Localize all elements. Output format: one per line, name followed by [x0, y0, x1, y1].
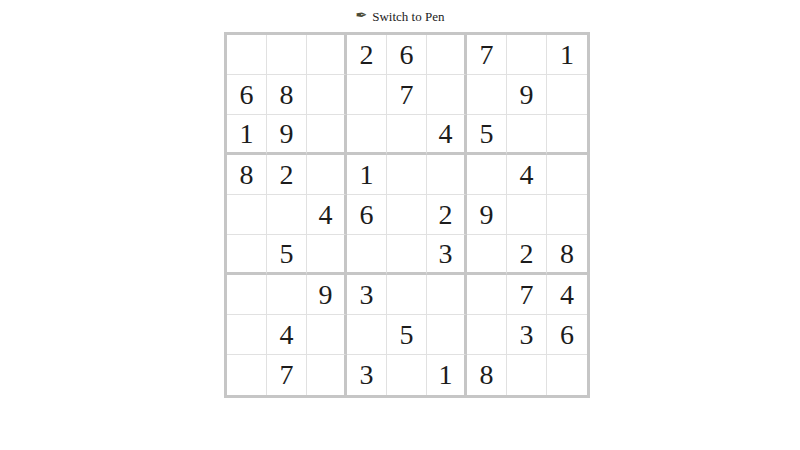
sudoku-cell-r4c9[interactable]: [547, 155, 587, 195]
sudoku-cell-r9c3[interactable]: [307, 355, 347, 395]
sudoku-cell-r6c7[interactable]: [467, 235, 507, 275]
sudoku-cell-r4c8[interactable]: 4: [507, 155, 547, 195]
sudoku-cell-r3c1[interactable]: 1: [227, 115, 267, 155]
sudoku-cell-r2c7[interactable]: [467, 75, 507, 115]
sudoku-cell-r2c6[interactable]: [427, 75, 467, 115]
sudoku-cell-r7c7[interactable]: [467, 275, 507, 315]
sudoku-cell-r3c2[interactable]: 9: [267, 115, 307, 155]
sudoku-cell-r8c4[interactable]: [347, 315, 387, 355]
sudoku-cell-r2c3[interactable]: [307, 75, 347, 115]
sudoku-cell-r4c2[interactable]: 2: [267, 155, 307, 195]
sudoku-cell-r1c2[interactable]: [267, 35, 307, 75]
sudoku-cell-r9c4[interactable]: 3: [347, 355, 387, 395]
sudoku-cell-r1c5[interactable]: 6: [387, 35, 427, 75]
sudoku-cell-r5c9[interactable]: [547, 195, 587, 235]
sudoku-cell-r6c4[interactable]: [347, 235, 387, 275]
sudoku-cell-r2c1[interactable]: 6: [227, 75, 267, 115]
sudoku-cell-r7c8[interactable]: 7: [507, 275, 547, 315]
sudoku-cell-r1c7[interactable]: 7: [467, 35, 507, 75]
sudoku-cell-r9c9[interactable]: [547, 355, 587, 395]
sudoku-cell-r6c8[interactable]: 2: [507, 235, 547, 275]
sudoku-cell-r6c5[interactable]: [387, 235, 427, 275]
sudoku-cell-r5c1[interactable]: [227, 195, 267, 235]
sudoku-cell-r4c4[interactable]: 1: [347, 155, 387, 195]
sudoku-cell-r3c3[interactable]: [307, 115, 347, 155]
sudoku-cell-r7c3[interactable]: 9: [307, 275, 347, 315]
sudoku-cell-r8c7[interactable]: [467, 315, 507, 355]
sudoku-cell-r6c9[interactable]: 8: [547, 235, 587, 275]
pen-nib-icon: ✒: [356, 9, 368, 23]
sudoku-cell-r8c9[interactable]: 6: [547, 315, 587, 355]
sudoku-page: ✒ Switch to Pen 267168791945821446295328…: [0, 0, 800, 450]
sudoku-cell-r5c4[interactable]: 6: [347, 195, 387, 235]
sudoku-cell-r5c5[interactable]: [387, 195, 427, 235]
sudoku-cell-r6c3[interactable]: [307, 235, 347, 275]
sudoku-cell-r1c4[interactable]: 2: [347, 35, 387, 75]
sudoku-cell-r8c5[interactable]: 5: [387, 315, 427, 355]
sudoku-cell-r4c1[interactable]: 8: [227, 155, 267, 195]
sudoku-cell-r9c1[interactable]: [227, 355, 267, 395]
sudoku-cell-r5c7[interactable]: 9: [467, 195, 507, 235]
sudoku-cell-r1c6[interactable]: [427, 35, 467, 75]
sudoku-cell-r6c6[interactable]: 3: [427, 235, 467, 275]
sudoku-cell-r7c2[interactable]: [267, 275, 307, 315]
sudoku-cell-r2c4[interactable]: [347, 75, 387, 115]
sudoku-cell-r7c4[interactable]: 3: [347, 275, 387, 315]
sudoku-cell-r8c6[interactable]: [427, 315, 467, 355]
sudoku-board: 267168791945821446295328937445367318: [224, 32, 590, 398]
sudoku-cell-r4c7[interactable]: [467, 155, 507, 195]
sudoku-cell-r5c6[interactable]: 2: [427, 195, 467, 235]
sudoku-cell-r8c8[interactable]: 3: [507, 315, 547, 355]
sudoku-cell-r3c6[interactable]: 4: [427, 115, 467, 155]
toolbar: ✒ Switch to Pen: [0, 9, 800, 25]
sudoku-cell-r2c5[interactable]: 7: [387, 75, 427, 115]
sudoku-cell-r2c2[interactable]: 8: [267, 75, 307, 115]
sudoku-cell-r2c9[interactable]: [547, 75, 587, 115]
sudoku-cell-r7c9[interactable]: 4: [547, 275, 587, 315]
sudoku-cell-r6c2[interactable]: 5: [267, 235, 307, 275]
sudoku-cell-r1c9[interactable]: 1: [547, 35, 587, 75]
sudoku-cell-r3c4[interactable]: [347, 115, 387, 155]
sudoku-cell-r5c8[interactable]: [507, 195, 547, 235]
pen-toggle-label: Switch to Pen: [372, 9, 444, 25]
sudoku-cell-r4c5[interactable]: [387, 155, 427, 195]
sudoku-cell-r2c8[interactable]: 9: [507, 75, 547, 115]
sudoku-cell-r9c5[interactable]: [387, 355, 427, 395]
sudoku-cell-r4c3[interactable]: [307, 155, 347, 195]
sudoku-cell-r6c1[interactable]: [227, 235, 267, 275]
sudoku-cell-r3c7[interactable]: 5: [467, 115, 507, 155]
sudoku-cell-r5c3[interactable]: 4: [307, 195, 347, 235]
sudoku-cell-r9c8[interactable]: [507, 355, 547, 395]
sudoku-cell-r8c2[interactable]: 4: [267, 315, 307, 355]
sudoku-cell-r1c3[interactable]: [307, 35, 347, 75]
sudoku-cell-r3c8[interactable]: [507, 115, 547, 155]
sudoku-cell-r9c6[interactable]: 1: [427, 355, 467, 395]
sudoku-cell-r1c1[interactable]: [227, 35, 267, 75]
pen-mode-toggle[interactable]: ✒ Switch to Pen: [356, 9, 445, 25]
sudoku-cell-r7c6[interactable]: [427, 275, 467, 315]
sudoku-cell-r3c9[interactable]: [547, 115, 587, 155]
sudoku-cell-r9c7[interactable]: 8: [467, 355, 507, 395]
sudoku-cell-r3c5[interactable]: [387, 115, 427, 155]
sudoku-cell-r1c8[interactable]: [507, 35, 547, 75]
sudoku-cell-r9c2[interactable]: 7: [267, 355, 307, 395]
sudoku-cell-r4c6[interactable]: [427, 155, 467, 195]
sudoku-cell-r7c5[interactable]: [387, 275, 427, 315]
sudoku-cell-r5c2[interactable]: [267, 195, 307, 235]
sudoku-cell-r8c3[interactable]: [307, 315, 347, 355]
sudoku-cell-r7c1[interactable]: [227, 275, 267, 315]
sudoku-cell-r8c1[interactable]: [227, 315, 267, 355]
